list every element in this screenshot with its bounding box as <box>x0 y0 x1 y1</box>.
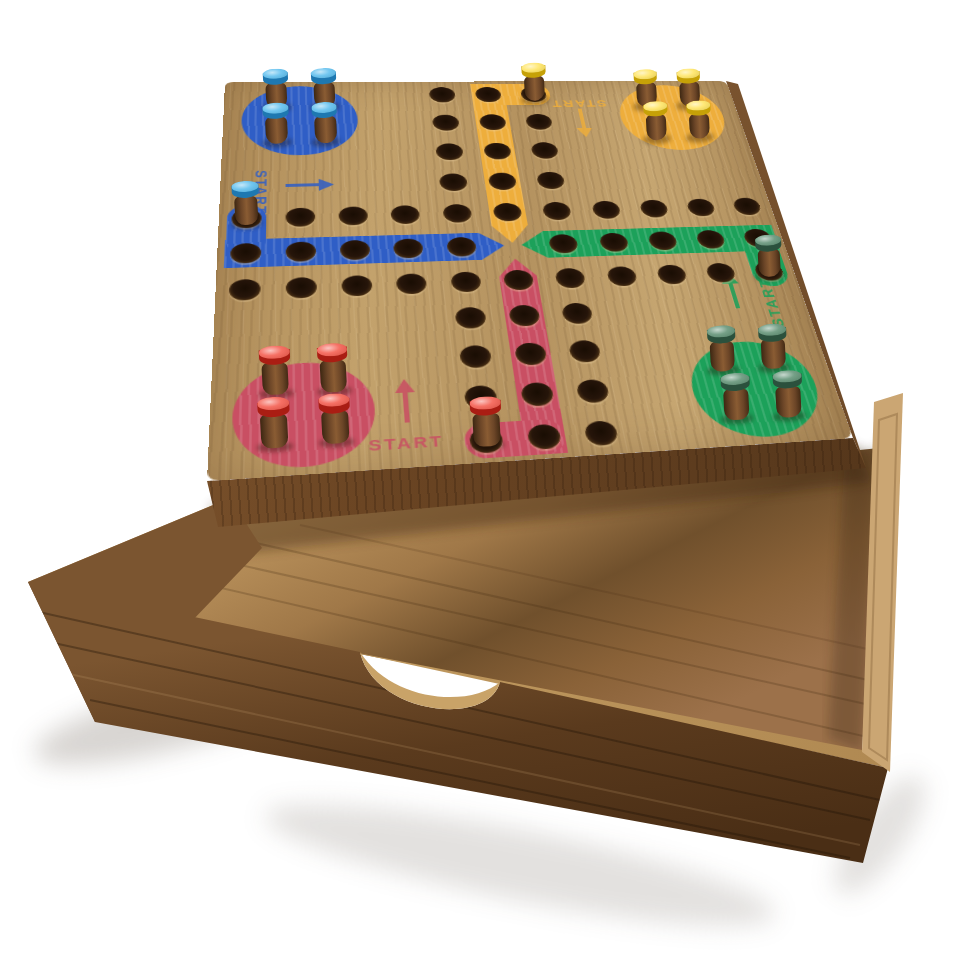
hole-r1c6[interactable] <box>525 114 554 130</box>
hole-r4c3[interactable] <box>391 205 421 224</box>
cell-r5c7 <box>585 225 642 260</box>
hole-r5c4[interactable] <box>446 237 477 257</box>
hole-r7c4[interactable] <box>454 307 487 329</box>
peg-yellow-yard-3[interactable] <box>643 100 669 140</box>
cell-r6c1 <box>273 268 330 307</box>
cell-r7c6 <box>548 295 608 334</box>
peg-shaft <box>260 414 289 449</box>
cell-r6c0 <box>215 270 273 309</box>
cell-r5c0 <box>216 235 273 272</box>
peg-blue-start[interactable] <box>231 180 261 225</box>
cell-r0c7 <box>554 81 605 108</box>
cell-r6c7 <box>592 258 651 294</box>
cell-r6c3 <box>383 265 441 303</box>
cell-r5c4 <box>433 229 489 265</box>
cell-r7c5 <box>495 297 555 336</box>
cell-r8c5 <box>500 333 561 375</box>
hole-r8c4[interactable] <box>459 345 493 369</box>
cell-r8c4 <box>445 336 506 378</box>
hole-r4c8[interactable] <box>639 200 670 218</box>
hole-r4c4[interactable] <box>442 204 472 223</box>
peg-green-yard-3[interactable] <box>720 372 752 421</box>
cell-r1c4 <box>420 109 471 138</box>
hole-r5c3[interactable] <box>393 238 424 258</box>
cell-r6c6 <box>541 260 599 297</box>
peg-shaft <box>758 248 782 277</box>
cell-r9c7 <box>616 367 680 410</box>
cell-r3c1 <box>273 169 326 202</box>
cell-r0c4 <box>417 82 467 109</box>
hole-r1c4[interactable] <box>431 115 459 131</box>
hole-r8c5[interactable] <box>514 342 548 365</box>
cell-r9c3 <box>391 378 453 423</box>
cell-r7c2 <box>330 303 389 344</box>
cell-r4c7 <box>578 194 634 227</box>
hole-r5c8[interactable] <box>647 231 679 250</box>
cell-r5c3 <box>381 231 437 267</box>
peg-green-yard-1[interactable] <box>707 325 738 372</box>
hole-r6c1[interactable] <box>286 277 317 299</box>
peg-green-yard-2[interactable] <box>757 323 787 370</box>
hole-r5c7[interactable] <box>598 233 630 252</box>
hole-r5c9[interactable] <box>695 230 727 249</box>
peg-yellow-yard-4[interactable] <box>686 100 712 140</box>
peg-red-start[interactable] <box>469 396 502 447</box>
cell-r1c3 <box>372 109 423 138</box>
cell-r3c7 <box>572 164 626 195</box>
cell-r5c6 <box>535 227 592 262</box>
hole-r4c10[interactable] <box>732 198 763 216</box>
cell-r3c5 <box>476 165 530 197</box>
peg-shaft <box>775 385 801 417</box>
cell-r4c6 <box>530 195 586 228</box>
hole-r2c4[interactable] <box>435 143 464 160</box>
hole-r7c5[interactable] <box>508 305 541 327</box>
hole-r10c5[interactable] <box>526 423 562 449</box>
cell-r1c6 <box>514 108 566 136</box>
hole-r10c6[interactable] <box>584 420 620 446</box>
hole-r9c5[interactable] <box>520 382 555 407</box>
cell-r9c6 <box>562 369 625 413</box>
cell-r4c3 <box>379 198 434 232</box>
hole-r5c1[interactable] <box>286 241 316 262</box>
cell-r4c1 <box>273 200 327 235</box>
cell-r5c2 <box>328 232 384 268</box>
cell-r3c2 <box>325 168 378 201</box>
hole-r3c5[interactable] <box>488 172 518 190</box>
cell-r7c1 <box>273 305 332 346</box>
hole-r5c6[interactable] <box>548 234 579 254</box>
hole-r5c0[interactable] <box>230 243 261 264</box>
cell-r2c5 <box>471 136 524 166</box>
hole-r6c6[interactable] <box>554 268 586 289</box>
peg-red-yard-3[interactable] <box>257 396 291 449</box>
cell-r5c5 <box>485 228 542 263</box>
peg-red-yard-4[interactable] <box>318 393 352 445</box>
hole-r2c6[interactable] <box>530 142 559 159</box>
cell-r2c6 <box>519 136 572 166</box>
cell-r7c7 <box>600 293 660 332</box>
cell-r7c3 <box>386 301 445 341</box>
cell-r8c6 <box>555 331 617 372</box>
hole-r6c2[interactable] <box>341 275 372 297</box>
hole-r4c1[interactable] <box>285 208 315 227</box>
cell-r7c0 <box>213 307 273 349</box>
hole-r0c5[interactable] <box>474 87 502 102</box>
peg-red-yard-2[interactable] <box>317 342 350 392</box>
cell-r3c6 <box>524 165 578 196</box>
hole-r9c6[interactable] <box>576 379 611 404</box>
peg-shaft <box>710 341 736 372</box>
cell-r2c3 <box>374 137 426 168</box>
peg-shaft <box>321 410 350 445</box>
cell-r6c2 <box>329 267 386 305</box>
peg-shaft <box>523 75 545 101</box>
peg-shaft <box>472 413 500 447</box>
cell-r10c3 <box>394 420 458 468</box>
cell-r8c3 <box>389 338 450 381</box>
cell-r0c5 <box>463 81 513 108</box>
hole-r4c5[interactable] <box>492 203 522 222</box>
peg-shaft <box>314 116 337 144</box>
peg-shaft <box>760 338 786 369</box>
cell-r2c4 <box>423 137 475 167</box>
hole-r6c9[interactable] <box>705 263 738 283</box>
cell-r4c5 <box>480 196 535 229</box>
cell-r9c5 <box>506 372 569 416</box>
hole-r4c9[interactable] <box>686 199 717 217</box>
hole-r3c6[interactable] <box>536 171 566 189</box>
cell-r1c5 <box>467 108 518 136</box>
hole-r6c4[interactable] <box>450 271 482 292</box>
hole-r4c7[interactable] <box>591 201 622 219</box>
hole-r1c5[interactable] <box>479 114 507 130</box>
cell-r4c4 <box>430 197 485 231</box>
hole-r6c5[interactable] <box>503 269 535 290</box>
hole-r4c2[interactable] <box>339 207 369 226</box>
cell-r2c7 <box>565 135 618 164</box>
scene: START START START START <box>0 0 960 960</box>
hole-r5c2[interactable] <box>340 240 371 260</box>
peg-shaft <box>234 195 259 225</box>
peg-shaft <box>320 359 348 393</box>
cell-r5c1 <box>273 234 329 271</box>
cell-r10c5 <box>512 413 577 460</box>
cell-r3c3 <box>376 167 429 199</box>
peg-shaft <box>723 388 750 420</box>
hole-r3c4[interactable] <box>438 173 468 191</box>
cell-r6c5 <box>490 261 548 298</box>
peg-blue-yard-3[interactable] <box>262 102 290 145</box>
cell-r7c4 <box>441 299 500 339</box>
cell-r4c2 <box>326 199 380 233</box>
hole-r6c3[interactable] <box>396 273 428 294</box>
peg-green-yard-4[interactable] <box>772 369 803 417</box>
hole-r6c8[interactable] <box>655 264 688 284</box>
cell-r6c4 <box>437 263 495 301</box>
hole-r8c6[interactable] <box>568 340 602 363</box>
cell-r0c3 <box>370 82 420 110</box>
hole-r0c4[interactable] <box>428 87 456 102</box>
peg-green-start[interactable] <box>755 234 783 278</box>
peg-shaft <box>645 114 667 141</box>
cell-r3c4 <box>426 166 480 198</box>
hole-r6c7[interactable] <box>605 266 637 286</box>
peg-blue-yard-4[interactable] <box>311 102 338 144</box>
hole-r2c5[interactable] <box>483 143 512 160</box>
hole-r6c0[interactable] <box>228 279 260 301</box>
hole-r4c6[interactable] <box>542 202 573 221</box>
cell-r1c7 <box>559 108 611 136</box>
cell-r10c6 <box>569 410 634 456</box>
cell-r8c7 <box>608 329 670 370</box>
peg-red-yard-1[interactable] <box>258 345 291 396</box>
peg-yellow-start[interactable] <box>521 62 547 102</box>
hole-r7c6[interactable] <box>561 303 594 325</box>
peg-shaft <box>264 116 287 144</box>
peg-shaft <box>261 362 289 396</box>
